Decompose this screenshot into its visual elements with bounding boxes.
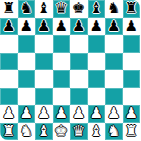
square-e5[interactable]	[70, 53, 88, 71]
square-h3[interactable]	[123, 88, 141, 106]
square-b4[interactable]	[18, 70, 36, 88]
square-e8[interactable]: ♚	[70, 0, 88, 18]
piece-black-bishop[interactable]: ♝	[37, 1, 50, 16]
chess-board: ♜♞♝♛♚♝♞♜♟♟♟♟♟♟♟♟♟♟♟♟♟♟♟♟♜♞♝♚♛♝♞♜	[0, 0, 140, 140]
square-h8[interactable]: ♜	[123, 0, 141, 18]
piece-black-pawn[interactable]: ♟	[55, 19, 68, 34]
square-f4[interactable]	[88, 70, 106, 88]
square-h4[interactable]	[123, 70, 141, 88]
square-c3[interactable]	[35, 88, 53, 106]
piece-white-rook[interactable]: ♜	[2, 124, 15, 139]
square-h1[interactable]: ♜	[123, 123, 141, 141]
square-f2[interactable]: ♟	[88, 105, 106, 123]
piece-white-pawn[interactable]: ♟	[20, 106, 33, 121]
square-d7[interactable]: ♟	[53, 18, 71, 36]
square-d2[interactable]: ♟	[53, 105, 71, 123]
piece-black-pawn[interactable]: ♟	[37, 19, 50, 34]
piece-black-rook[interactable]: ♜	[2, 1, 15, 16]
square-d5[interactable]	[53, 53, 71, 71]
piece-black-rook[interactable]: ♜	[125, 1, 138, 16]
piece-black-pawn[interactable]: ♟	[2, 19, 15, 34]
square-d6[interactable]	[53, 35, 71, 53]
square-f8[interactable]: ♝	[88, 0, 106, 18]
square-d3[interactable]	[53, 88, 71, 106]
chess-app: ♜♞♝♛♚♝♞♜♟♟♟♟♟♟♟♟♟♟♟♟♟♟♟♟♜♞♝♚♛♝♞♜	[0, 0, 140, 140]
square-h5[interactable]	[123, 53, 141, 71]
square-g1[interactable]: ♞	[105, 123, 123, 141]
piece-white-pawn[interactable]: ♟	[55, 106, 68, 121]
square-h7[interactable]: ♟	[123, 18, 141, 36]
square-b8[interactable]: ♞	[18, 0, 36, 18]
piece-white-rook[interactable]: ♜	[125, 124, 138, 139]
square-h6[interactable]	[123, 35, 141, 53]
square-g7[interactable]: ♟	[105, 18, 123, 36]
square-g3[interactable]	[105, 88, 123, 106]
square-b5[interactable]	[18, 53, 36, 71]
square-g6[interactable]	[105, 35, 123, 53]
piece-black-pawn[interactable]: ♟	[20, 19, 33, 34]
piece-black-knight[interactable]: ♞	[20, 1, 33, 16]
square-h2[interactable]: ♟	[123, 105, 141, 123]
square-e1[interactable]: ♛	[70, 123, 88, 141]
piece-white-pawn[interactable]: ♟	[2, 106, 15, 121]
square-d8[interactable]: ♛	[53, 0, 71, 18]
piece-white-knight[interactable]: ♞	[20, 124, 33, 139]
square-b7[interactable]: ♟	[18, 18, 36, 36]
square-e6[interactable]	[70, 35, 88, 53]
square-f1[interactable]: ♝	[88, 123, 106, 141]
square-e4[interactable]	[70, 70, 88, 88]
square-f3[interactable]	[88, 88, 106, 106]
square-f7[interactable]: ♟	[88, 18, 106, 36]
square-a6[interactable]	[0, 35, 18, 53]
square-a3[interactable]	[0, 88, 18, 106]
piece-white-king[interactable]: ♚	[55, 124, 68, 139]
square-c7[interactable]: ♟	[35, 18, 53, 36]
square-b2[interactable]: ♟	[18, 105, 36, 123]
piece-white-pawn[interactable]: ♟	[125, 106, 138, 121]
square-c8[interactable]: ♝	[35, 0, 53, 18]
piece-white-pawn[interactable]: ♟	[107, 106, 120, 121]
piece-white-pawn[interactable]: ♟	[72, 106, 85, 121]
piece-white-queen[interactable]: ♛	[72, 124, 85, 139]
square-c1[interactable]: ♝	[35, 123, 53, 141]
square-c2[interactable]: ♟	[35, 105, 53, 123]
piece-white-knight[interactable]: ♞	[107, 124, 120, 139]
square-f6[interactable]	[88, 35, 106, 53]
piece-white-pawn[interactable]: ♟	[37, 106, 50, 121]
piece-black-bishop[interactable]: ♝	[90, 1, 103, 16]
square-a4[interactable]	[0, 70, 18, 88]
square-g5[interactable]	[105, 53, 123, 71]
square-d1[interactable]: ♚	[53, 123, 71, 141]
square-f5[interactable]	[88, 53, 106, 71]
square-a5[interactable]	[0, 53, 18, 71]
piece-black-king[interactable]: ♚	[72, 1, 85, 16]
piece-black-pawn[interactable]: ♟	[125, 19, 138, 34]
square-e7[interactable]: ♟	[70, 18, 88, 36]
square-c5[interactable]	[35, 53, 53, 71]
piece-white-bishop[interactable]: ♝	[90, 124, 103, 139]
square-a2[interactable]: ♟	[0, 105, 18, 123]
piece-white-pawn[interactable]: ♟	[90, 106, 103, 121]
square-c6[interactable]	[35, 35, 53, 53]
square-g4[interactable]	[105, 70, 123, 88]
piece-black-pawn[interactable]: ♟	[72, 19, 85, 34]
piece-black-queen[interactable]: ♛	[55, 1, 68, 16]
square-b1[interactable]: ♞	[18, 123, 36, 141]
square-c4[interactable]	[35, 70, 53, 88]
piece-white-bishop[interactable]: ♝	[37, 124, 50, 139]
square-g8[interactable]: ♞	[105, 0, 123, 18]
piece-black-knight[interactable]: ♞	[107, 1, 120, 16]
square-d4[interactable]	[53, 70, 71, 88]
square-e2[interactable]: ♟	[70, 105, 88, 123]
square-b3[interactable]	[18, 88, 36, 106]
square-g2[interactable]: ♟	[105, 105, 123, 123]
piece-black-pawn[interactable]: ♟	[107, 19, 120, 34]
square-a7[interactable]: ♟	[0, 18, 18, 36]
square-a1[interactable]: ♜	[0, 123, 18, 141]
square-a8[interactable]: ♜	[0, 0, 18, 18]
square-e3[interactable]	[70, 88, 88, 106]
square-b6[interactable]	[18, 35, 36, 53]
piece-black-pawn[interactable]: ♟	[90, 19, 103, 34]
